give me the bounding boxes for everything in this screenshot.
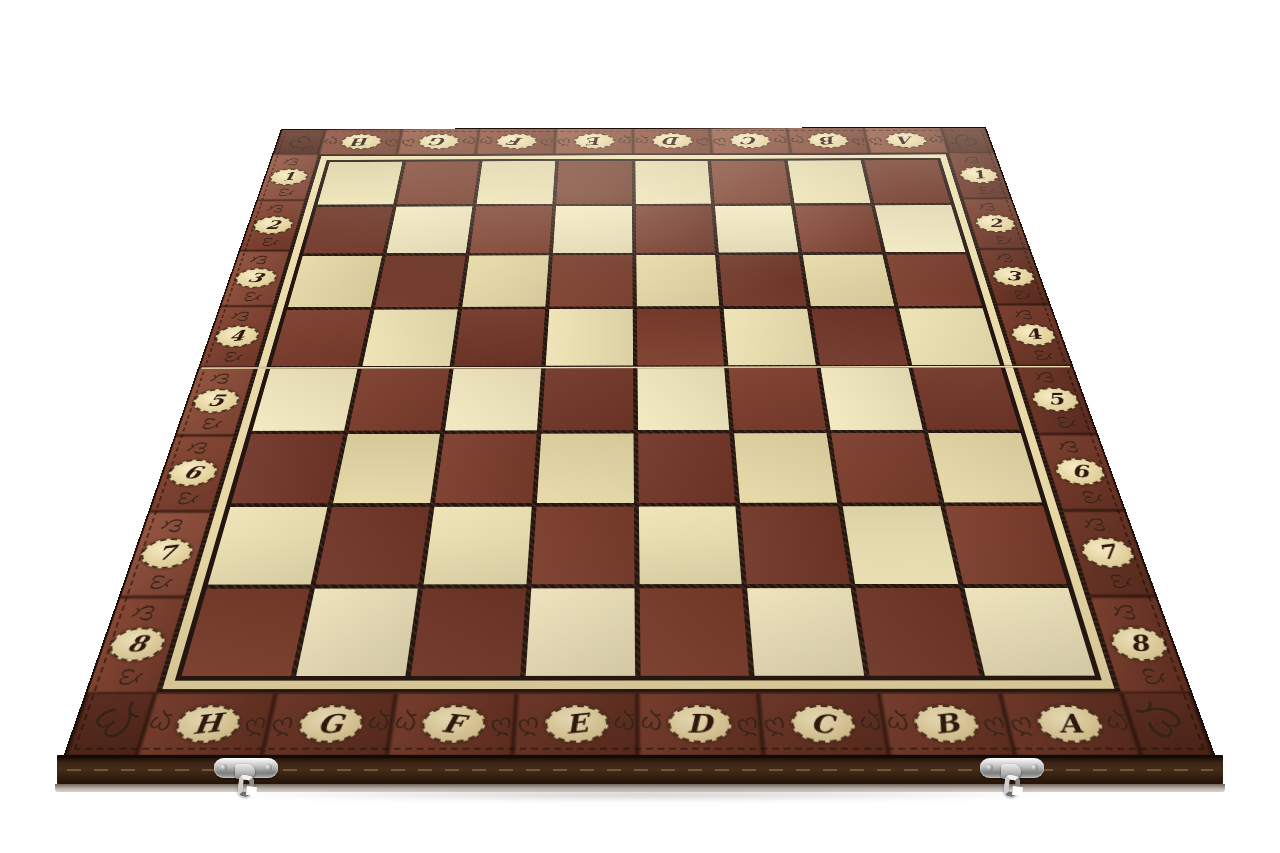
square-b4[interactable] bbox=[811, 308, 907, 365]
square-b6[interactable] bbox=[831, 433, 939, 503]
scroll-ornament-icon: ღ bbox=[996, 253, 1020, 263]
square-f5[interactable] bbox=[445, 368, 541, 430]
clasp-hook bbox=[237, 774, 255, 798]
square-a1[interactable] bbox=[864, 160, 950, 203]
square-e3[interactable] bbox=[549, 255, 632, 306]
square-e2[interactable] bbox=[553, 206, 632, 253]
scroll-ornament-icon: ღ bbox=[1083, 517, 1113, 532]
square-c7[interactable] bbox=[741, 506, 851, 584]
scroll-ornament-icon: ღ bbox=[1050, 416, 1078, 429]
frame-cell: ღGღ bbox=[397, 129, 479, 154]
scroll-ornament-icon: ღ bbox=[267, 204, 289, 213]
square-c5[interactable] bbox=[729, 368, 826, 430]
scroll-ornament-icon: ღ bbox=[732, 709, 762, 738]
scroll-ornament-icon: ღ bbox=[885, 709, 911, 738]
square-h5[interactable] bbox=[252, 369, 357, 431]
square-a2[interactable] bbox=[875, 205, 965, 252]
rank-label-right-7: 7 bbox=[1078, 537, 1139, 567]
square-c6[interactable] bbox=[734, 433, 837, 502]
square-e7[interactable] bbox=[531, 507, 634, 585]
scroll-ornament-icon: ღ bbox=[990, 235, 1013, 245]
frame-cell: ღCღ bbox=[710, 128, 791, 153]
scroll-ornament-icon: ღ bbox=[487, 709, 514, 738]
metal-clasp-left bbox=[211, 756, 281, 808]
square-f1[interactable] bbox=[476, 161, 555, 204]
square-d4[interactable] bbox=[636, 309, 724, 365]
board-frame-top: ღღHღღGღღFღღEღღDღღCღღBღღAღღ bbox=[274, 128, 994, 154]
scroll-ornament-icon: ღ bbox=[1028, 349, 1054, 361]
square-f8[interactable] bbox=[411, 589, 526, 676]
scroll-ornament-icon: ღ bbox=[218, 351, 244, 363]
scroll-ornament-icon: ღ bbox=[273, 188, 295, 197]
file-label-bottom-a: A bbox=[1033, 705, 1107, 743]
square-e5[interactable] bbox=[541, 368, 633, 430]
square-h2[interactable] bbox=[303, 207, 392, 254]
square-a4[interactable] bbox=[899, 308, 1000, 365]
square-b7[interactable] bbox=[843, 506, 958, 584]
square-g4[interactable] bbox=[362, 309, 457, 365]
frame-cell: ღAღ bbox=[864, 128, 949, 153]
scroll-ornament-icon: ღ bbox=[321, 136, 341, 148]
square-d3[interactable] bbox=[636, 255, 720, 306]
square-c3[interactable] bbox=[719, 255, 806, 306]
scroll-ornament-icon: ღ bbox=[459, 136, 478, 148]
square-e1[interactable] bbox=[556, 161, 632, 204]
square-e8[interactable] bbox=[525, 588, 634, 675]
scroll-ornament-icon: ღ bbox=[231, 311, 256, 322]
scroll-ornament-icon: ღ bbox=[1105, 709, 1128, 738]
square-h7[interactable] bbox=[208, 507, 327, 585]
scroll-ornament-icon: ღ bbox=[789, 135, 806, 147]
frame-cell: ღCღ bbox=[758, 694, 889, 755]
square-a7[interactable] bbox=[945, 506, 1066, 584]
rank-label-right-8: 8 bbox=[1106, 627, 1171, 661]
photo-page: ღღHღღGღღFღღEღღDღღCღღBღღAღღ ღღHღღGღღFღღEღ… bbox=[0, 0, 1280, 853]
scroll-ornament-icon: ღ bbox=[110, 667, 143, 685]
frame-cell: ღEღ bbox=[554, 129, 633, 154]
scroll-ornament-icon: ღ bbox=[693, 135, 712, 147]
square-b8[interactable] bbox=[856, 588, 980, 676]
square-f3[interactable] bbox=[462, 255, 548, 306]
frame-cell: ღBღ bbox=[879, 694, 1015, 755]
scroll-ornament-icon: ღ bbox=[1058, 440, 1086, 453]
square-g7[interactable] bbox=[316, 507, 430, 585]
board-frame-bottom: ღღHღღGღღFღღEღღDღღCღღBღღAღღ bbox=[66, 693, 1213, 754]
file-label-top-d: D bbox=[652, 133, 693, 148]
inlay-strip bbox=[162, 154, 1114, 689]
file-label-bottom-h: H bbox=[171, 705, 244, 742]
file-label-top-b: B bbox=[806, 133, 849, 148]
file-label-bottom-b: B bbox=[911, 705, 982, 743]
scroll-ornament-icon: ღ bbox=[243, 709, 267, 738]
square-e4[interactable] bbox=[545, 309, 632, 365]
scroll-ornament-icon: ღ bbox=[615, 135, 633, 147]
scroll-ornament-icon: ღ bbox=[633, 135, 651, 147]
square-c2[interactable] bbox=[715, 206, 798, 253]
file-label-bottom-f: F bbox=[419, 705, 486, 742]
scroll-ornament-icon: ღ bbox=[637, 709, 666, 738]
scroll-ornament-icon: ღ bbox=[238, 291, 262, 301]
square-b5[interactable] bbox=[821, 368, 923, 431]
square-d7[interactable] bbox=[638, 507, 742, 585]
square-h4[interactable] bbox=[271, 309, 370, 365]
square-g1[interactable] bbox=[397, 161, 479, 204]
rank-label-left-5: 5 bbox=[190, 389, 242, 413]
square-a8[interactable] bbox=[965, 588, 1095, 676]
scroll-ornament-icon: ღ bbox=[78, 696, 146, 753]
scroll-ornament-icon: ღ bbox=[979, 202, 1001, 211]
square-d8[interactable] bbox=[639, 588, 749, 676]
scroll-ornament-icon: ღ bbox=[195, 417, 222, 430]
frame-cell: ღFღ bbox=[476, 129, 556, 154]
scroll-ornament-icon: ღ bbox=[143, 709, 177, 738]
rank-label-left-1: 1 bbox=[268, 169, 310, 185]
scroll-ornament-icon: ღ bbox=[362, 709, 394, 738]
square-h6[interactable] bbox=[231, 434, 343, 503]
rank-label-left-2: 2 bbox=[251, 216, 295, 234]
square-f7[interactable] bbox=[423, 507, 531, 585]
frame-cell: ღDღ bbox=[637, 694, 763, 755]
metal-clasp-right bbox=[977, 756, 1047, 808]
frame-cell: ღFღ bbox=[387, 694, 517, 755]
frame-corner: ღ bbox=[274, 130, 326, 155]
rank-label-right-1: 1 bbox=[958, 167, 1001, 183]
square-f6[interactable] bbox=[435, 434, 537, 503]
frame-cell: ღHღ bbox=[137, 694, 276, 755]
scroll-ornament-icon: ღ bbox=[1112, 603, 1144, 620]
square-a5[interactable] bbox=[913, 367, 1020, 430]
scroll-ornament-icon: ღ bbox=[132, 604, 164, 621]
square-e6[interactable] bbox=[536, 434, 633, 503]
scroll-ornament-icon: ღ bbox=[400, 136, 417, 148]
square-h3[interactable] bbox=[288, 256, 382, 307]
scroll-ornament-icon: ღ bbox=[947, 129, 988, 152]
square-g5[interactable] bbox=[348, 368, 449, 430]
file-label-bottom-g: G bbox=[295, 705, 365, 742]
scroll-ornament-icon: ღ bbox=[710, 135, 729, 147]
scroll-ornament-icon: ღ bbox=[1014, 309, 1039, 320]
rank-label-right-6: 6 bbox=[1052, 458, 1109, 485]
square-h1[interactable] bbox=[318, 162, 403, 205]
file-label-top-f: F bbox=[495, 134, 537, 149]
frame-cell: ღEღ bbox=[512, 694, 637, 755]
file-label-top-h: H bbox=[339, 134, 383, 149]
frame-cell: ღDღ bbox=[633, 129, 712, 154]
square-d6[interactable] bbox=[638, 434, 736, 503]
clasp-hook bbox=[1003, 774, 1021, 798]
square-b1[interactable] bbox=[788, 160, 871, 203]
square-a3[interactable] bbox=[886, 254, 981, 305]
scroll-ornament-icon: ღ bbox=[760, 709, 791, 738]
file-label-top-c: C bbox=[729, 133, 771, 148]
square-c4[interactable] bbox=[724, 309, 816, 365]
rank-label-left-4: 4 bbox=[212, 325, 261, 346]
square-h8[interactable] bbox=[182, 589, 310, 676]
rank-label-left-6: 6 bbox=[165, 459, 221, 486]
scroll-ornament-icon: ღ bbox=[1008, 289, 1032, 299]
scroll-ornament-icon: ღ bbox=[383, 136, 400, 148]
scroll-ornament-icon: ღ bbox=[537, 135, 555, 147]
square-c8[interactable] bbox=[748, 588, 865, 676]
scroll-ornament-icon: ღ bbox=[866, 134, 886, 146]
chessboard: ღღHღღGღღFღღEღღDღღCღღBღღAღღ ღღHღღGღღFღღEღ… bbox=[63, 127, 1216, 757]
scroll-ornament-icon: ღ bbox=[1132, 695, 1201, 753]
square-g3[interactable] bbox=[375, 255, 465, 306]
file-label-top-a: A bbox=[884, 133, 928, 148]
scroll-ornament-icon: ღ bbox=[256, 237, 279, 246]
scroll-ornament-icon: ღ bbox=[280, 130, 321, 153]
square-a6[interactable] bbox=[928, 433, 1042, 503]
scroll-ornament-icon: ღ bbox=[271, 709, 296, 738]
square-d5[interactable] bbox=[637, 368, 730, 430]
scroll-ornament-icon: ღ bbox=[210, 372, 236, 384]
square-c1[interactable] bbox=[711, 161, 790, 204]
square-g2[interactable] bbox=[386, 206, 472, 253]
rank-label-left-3: 3 bbox=[232, 268, 279, 287]
square-d1[interactable] bbox=[635, 161, 711, 204]
frame-cell: ღGღ bbox=[262, 694, 396, 755]
scroll-ornament-icon: ღ bbox=[142, 574, 173, 590]
scroll-ornament-icon: ღ bbox=[170, 491, 199, 505]
frame-cell: ღAღ bbox=[1000, 694, 1141, 755]
scroll-ornament-icon: ღ bbox=[1005, 709, 1039, 738]
rank-label-left-7: 7 bbox=[137, 538, 197, 568]
scroll-ornament-icon: ღ bbox=[1133, 667, 1167, 685]
scroll-ornament-icon: ღ bbox=[283, 158, 304, 166]
square-b2[interactable] bbox=[795, 205, 882, 252]
scroll-ornament-icon: ღ bbox=[1074, 490, 1103, 504]
scroll-ornament-icon: ღ bbox=[771, 135, 788, 147]
rank-label-right-5: 5 bbox=[1029, 387, 1082, 411]
frame-corner: ღ bbox=[941, 128, 994, 153]
scroll-ornament-icon: ღ bbox=[928, 134, 944, 146]
scroll-ornament-icon: ღ bbox=[477, 135, 496, 147]
scroll-ornament-icon: ღ bbox=[555, 135, 573, 147]
scroll-ornament-icon: ღ bbox=[973, 186, 995, 195]
file-label-bottom-d: D bbox=[667, 705, 732, 743]
rank-label-left-8: 8 bbox=[105, 627, 169, 661]
scroll-ornament-icon: ღ bbox=[1102, 573, 1134, 589]
square-b3[interactable] bbox=[803, 254, 894, 305]
square-g6[interactable] bbox=[333, 434, 440, 503]
photo-stage: ღღHღღGღღFღღEღღDღღCღღBღღAღღ ღღHღღGღღFღღEღ… bbox=[0, 0, 1280, 853]
scroll-ornament-icon: ღ bbox=[250, 255, 273, 265]
scroll-ornament-icon: ღ bbox=[609, 709, 638, 738]
rank-label-right-4: 4 bbox=[1009, 324, 1059, 345]
scroll-ornament-icon: ღ bbox=[515, 709, 543, 738]
rank-label-right-3: 3 bbox=[990, 266, 1037, 285]
scroll-ornament-icon: ღ bbox=[963, 156, 984, 164]
scroll-ornament-icon: ღ bbox=[161, 518, 191, 533]
file-label-bottom-c: C bbox=[789, 705, 857, 743]
scroll-ornament-icon: ღ bbox=[187, 441, 215, 454]
file-label-bottom-e: E bbox=[544, 705, 608, 743]
file-label-top-g: G bbox=[417, 134, 460, 149]
square-f2[interactable] bbox=[470, 206, 552, 253]
scroll-ornament-icon: ღ bbox=[857, 709, 883, 738]
frame-cell: ღBღ bbox=[787, 128, 870, 153]
square-d2[interactable] bbox=[635, 206, 715, 253]
frame-cell: ღHღ bbox=[318, 129, 402, 154]
square-g8[interactable] bbox=[296, 589, 418, 676]
scroll-ornament-icon: ღ bbox=[390, 709, 422, 738]
squares-grid bbox=[175, 158, 1102, 681]
file-label-top-e: E bbox=[574, 133, 614, 148]
scroll-ornament-icon: ღ bbox=[1035, 371, 1061, 383]
square-f4[interactable] bbox=[454, 309, 545, 365]
rank-label-right-2: 2 bbox=[973, 214, 1018, 232]
